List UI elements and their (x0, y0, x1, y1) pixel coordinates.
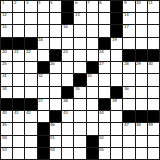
white-cell[interactable]: 40 (1, 111, 12, 122)
clue-number: 52 (99, 136, 104, 140)
white-cell[interactable]: 37 (38, 99, 49, 110)
white-cell[interactable] (123, 38, 134, 49)
white-cell[interactable] (148, 25, 159, 36)
clue-number: 39 (112, 99, 117, 103)
white-cell[interactable]: 23 (62, 50, 73, 61)
white-cell[interactable] (87, 87, 98, 98)
white-cell[interactable]: 1 (1, 1, 12, 12)
white-cell[interactable] (148, 99, 159, 110)
white-cell[interactable] (99, 74, 110, 85)
white-cell[interactable]: 10 (136, 1, 147, 12)
white-cell[interactable] (74, 62, 85, 73)
clue-number: 19 (112, 38, 117, 42)
white-cell[interactable] (74, 50, 85, 61)
white-cell[interactable] (136, 74, 147, 85)
crossword-board: 1234567891011121314151617181920212223242… (0, 0, 160, 160)
black-cell (87, 148, 98, 159)
black-cell (148, 50, 159, 61)
white-cell[interactable] (50, 74, 61, 85)
clue-number: 27 (99, 62, 104, 66)
white-cell[interactable] (148, 136, 159, 147)
white-cell[interactable]: 26 (50, 62, 61, 73)
white-cell[interactable] (123, 74, 134, 85)
white-cell[interactable] (50, 13, 61, 24)
white-cell[interactable] (62, 38, 73, 49)
white-cell[interactable]: 36 (123, 87, 134, 98)
white-cell[interactable] (74, 111, 85, 122)
black-cell (111, 13, 122, 24)
white-cell[interactable]: 16 (62, 25, 73, 36)
white-cell[interactable] (111, 62, 122, 73)
clue-number: 54 (50, 148, 55, 152)
black-cell (111, 25, 122, 36)
white-cell[interactable] (38, 25, 49, 36)
clue-number: 45 (2, 123, 7, 127)
white-cell[interactable] (123, 99, 134, 110)
white-cell[interactable]: 31 (1, 74, 12, 85)
white-cell[interactable]: 41 (13, 111, 24, 122)
white-cell[interactable]: 19 (111, 38, 122, 49)
white-cell[interactable] (13, 62, 24, 73)
white-cell[interactable] (25, 136, 36, 147)
white-cell[interactable]: 30 (148, 62, 159, 73)
clue-number: 37 (38, 99, 43, 103)
white-cell[interactable]: 5 (50, 1, 61, 12)
clue-number: 33 (87, 74, 92, 78)
black-cell (111, 87, 122, 98)
white-cell[interactable] (111, 148, 122, 159)
clue-number: 41 (14, 111, 19, 115)
white-cell[interactable] (111, 111, 122, 122)
white-cell[interactable] (50, 38, 61, 49)
white-cell[interactable] (87, 50, 98, 61)
white-cell[interactable]: 51 (50, 136, 61, 147)
clue-number: 6 (75, 1, 77, 5)
clue-number: 7 (87, 1, 89, 5)
clue-number: 21 (14, 50, 19, 54)
white-cell[interactable] (62, 136, 73, 147)
white-cell[interactable]: 34 (1, 87, 12, 98)
black-cell (87, 62, 98, 73)
white-cell[interactable]: 21 (13, 50, 24, 61)
white-cell[interactable] (62, 148, 73, 159)
white-cell[interactable] (87, 111, 98, 122)
black-cell (136, 50, 147, 61)
black-cell (62, 87, 73, 98)
clue-number: 18 (38, 38, 43, 42)
clue-number: 13 (75, 13, 80, 17)
clue-number: 49 (148, 123, 153, 127)
white-cell[interactable] (136, 136, 147, 147)
black-cell (123, 50, 134, 61)
white-cell[interactable]: 28 (123, 62, 134, 73)
white-cell[interactable]: 46 (50, 123, 61, 134)
clue-number: 35 (75, 87, 80, 91)
white-cell[interactable] (148, 74, 159, 85)
black-cell (62, 1, 73, 12)
white-cell[interactable]: 52 (99, 136, 110, 147)
white-cell[interactable]: 6 (74, 1, 85, 12)
black-cell (99, 38, 110, 49)
clue-number: 44 (99, 111, 104, 115)
clue-number: 29 (136, 62, 141, 66)
white-cell[interactable]: 9 (123, 1, 134, 12)
clue-number: 14 (124, 13, 129, 17)
white-cell[interactable]: 13 (74, 13, 85, 24)
clue-number: 8 (99, 1, 101, 5)
clue-number: 5 (50, 1, 52, 5)
black-cell (136, 111, 147, 122)
white-cell[interactable] (111, 50, 122, 61)
white-cell[interactable]: 53 (1, 148, 12, 159)
white-cell[interactable]: 50 (1, 136, 12, 147)
clue-number: 38 (63, 99, 68, 103)
white-cell[interactable] (25, 87, 36, 98)
white-cell[interactable] (50, 99, 61, 110)
white-cell[interactable] (38, 87, 49, 98)
white-cell[interactable] (99, 13, 110, 24)
white-cell[interactable] (25, 25, 36, 36)
white-cell[interactable] (123, 136, 134, 147)
white-cell[interactable] (148, 148, 159, 159)
white-cell[interactable] (13, 87, 24, 98)
clue-number: 22 (26, 50, 31, 54)
white-cell[interactable]: 48 (136, 123, 147, 134)
white-cell[interactable]: 33 (87, 74, 98, 85)
white-cell[interactable]: 7 (87, 1, 98, 12)
white-cell[interactable] (50, 25, 61, 36)
black-cell (62, 13, 73, 24)
clue-number: 4 (38, 1, 40, 5)
black-cell (1, 99, 12, 110)
black-cell (50, 111, 61, 122)
white-cell[interactable]: 29 (136, 62, 147, 73)
clue-number: 10 (136, 1, 141, 5)
black-cell (87, 136, 98, 147)
white-cell[interactable] (38, 111, 49, 122)
white-cell[interactable] (136, 38, 147, 49)
clue-number: 43 (63, 111, 68, 115)
crossword-puzzle: 1234567891011121314151617181920212223242… (0, 0, 160, 160)
white-cell[interactable] (136, 99, 147, 110)
clue-number: 15 (2, 25, 7, 29)
white-cell[interactable]: 25 (1, 62, 12, 73)
white-cell[interactable] (38, 50, 49, 61)
clue-number: 32 (38, 74, 43, 78)
white-cell[interactable] (13, 123, 24, 134)
black-cell (111, 1, 122, 12)
clue-number: 26 (50, 62, 55, 66)
white-cell[interactable] (74, 99, 85, 110)
black-cell (123, 111, 134, 122)
white-cell[interactable] (13, 74, 24, 85)
white-cell[interactable]: 43 (62, 111, 73, 122)
white-cell[interactable]: 18 (38, 38, 49, 49)
black-cell (50, 50, 61, 61)
black-cell (13, 99, 24, 110)
white-cell[interactable] (99, 87, 110, 98)
clue-number: 53 (2, 148, 7, 152)
white-cell[interactable]: 14 (123, 13, 134, 24)
white-cell[interactable] (74, 148, 85, 159)
clue-number: 17 (124, 25, 129, 29)
clue-number: 36 (124, 87, 129, 91)
black-cell (1, 38, 12, 49)
white-cell[interactable] (62, 123, 73, 134)
white-cell[interactable]: 17 (123, 25, 134, 36)
white-cell[interactable] (62, 62, 73, 73)
white-cell[interactable]: 8 (99, 1, 110, 12)
clue-number: 9 (124, 1, 126, 5)
white-cell[interactable] (136, 25, 147, 36)
clue-number: 46 (50, 123, 55, 127)
black-cell (13, 38, 24, 49)
white-cell[interactable] (13, 136, 24, 147)
black-cell (25, 38, 36, 49)
white-cell[interactable] (38, 13, 49, 24)
white-cell[interactable] (25, 148, 36, 159)
white-cell[interactable]: 11 (148, 1, 159, 12)
white-cell[interactable]: 39 (111, 99, 122, 110)
white-cell[interactable] (111, 136, 122, 147)
white-cell[interactable] (74, 25, 85, 36)
clue-number: 51 (50, 136, 55, 140)
white-cell[interactable] (148, 13, 159, 24)
clue-number: 47 (124, 123, 129, 127)
black-cell (38, 148, 49, 159)
white-cell[interactable] (123, 148, 134, 159)
white-cell[interactable]: 44 (99, 111, 110, 122)
white-cell[interactable] (87, 13, 98, 24)
white-cell[interactable] (99, 123, 110, 134)
clue-number: 34 (2, 87, 7, 91)
white-cell[interactable] (136, 148, 147, 159)
white-cell[interactable]: 45 (1, 123, 12, 134)
white-cell[interactable]: 47 (123, 123, 134, 134)
white-cell[interactable] (136, 87, 147, 98)
white-cell[interactable] (25, 62, 36, 73)
white-cell[interactable] (62, 74, 73, 85)
white-cell[interactable]: 20 (1, 50, 12, 61)
white-cell[interactable] (74, 136, 85, 147)
clue-number: 11 (148, 1, 153, 5)
white-cell[interactable]: 49 (148, 123, 159, 134)
clue-number: 31 (2, 74, 7, 78)
white-cell[interactable]: 12 (1, 13, 12, 24)
black-cell (25, 99, 36, 110)
clue-number: 3 (26, 1, 28, 5)
clue-number: 2 (14, 1, 16, 5)
white-cell[interactable] (87, 123, 98, 134)
clue-number: 23 (63, 50, 68, 54)
clue-number: 1 (2, 1, 4, 5)
clue-number: 20 (2, 50, 7, 54)
white-cell[interactable]: 54 (50, 148, 61, 159)
white-cell[interactable] (87, 38, 98, 49)
clue-number: 12 (2, 13, 7, 17)
black-cell (38, 136, 49, 147)
black-cell (99, 99, 110, 110)
white-cell[interactable] (50, 87, 61, 98)
clue-number: 42 (26, 111, 31, 115)
white-cell[interactable]: 4 (38, 1, 49, 12)
white-cell[interactable] (111, 74, 122, 85)
white-cell[interactable]: 55 (99, 148, 110, 159)
white-cell[interactable] (13, 148, 24, 159)
clue-number: 48 (136, 123, 141, 127)
white-cell[interactable]: 42 (25, 111, 36, 122)
white-cell[interactable] (13, 13, 24, 24)
clue-number: 40 (2, 111, 7, 115)
black-cell (38, 123, 49, 134)
white-cell[interactable]: 38 (62, 99, 73, 110)
white-cell[interactable] (87, 99, 98, 110)
white-cell[interactable]: 27 (99, 62, 110, 73)
clue-number: 16 (63, 25, 68, 29)
black-cell (38, 62, 49, 73)
clue-number: 28 (124, 62, 129, 66)
white-cell[interactable] (25, 74, 36, 85)
black-cell (148, 111, 159, 122)
clue-number: 24 (99, 50, 104, 54)
white-cell[interactable] (13, 25, 24, 36)
white-cell[interactable]: 15 (1, 25, 12, 36)
clue-number: 55 (99, 148, 104, 152)
white-cell[interactable]: 35 (74, 87, 85, 98)
white-cell[interactable]: 22 (25, 50, 36, 61)
white-cell[interactable] (25, 13, 36, 24)
white-cell[interactable]: 24 (99, 50, 110, 61)
white-cell[interactable]: 32 (38, 74, 49, 85)
white-cell[interactable]: 2 (13, 1, 24, 12)
white-cell[interactable]: 3 (25, 1, 36, 12)
white-cell[interactable] (136, 13, 147, 24)
clue-number: 30 (148, 62, 153, 66)
black-cell (74, 74, 85, 85)
white-cell[interactable] (148, 87, 159, 98)
clue-number: 50 (2, 136, 7, 140)
clue-number: 25 (2, 62, 7, 66)
white-cell[interactable] (148, 38, 159, 49)
white-cell[interactable] (111, 123, 122, 134)
white-cell[interactable] (74, 38, 85, 49)
white-cell[interactable] (74, 123, 85, 134)
white-cell[interactable] (25, 123, 36, 134)
white-cell[interactable] (87, 25, 98, 36)
white-cell[interactable] (99, 25, 110, 36)
